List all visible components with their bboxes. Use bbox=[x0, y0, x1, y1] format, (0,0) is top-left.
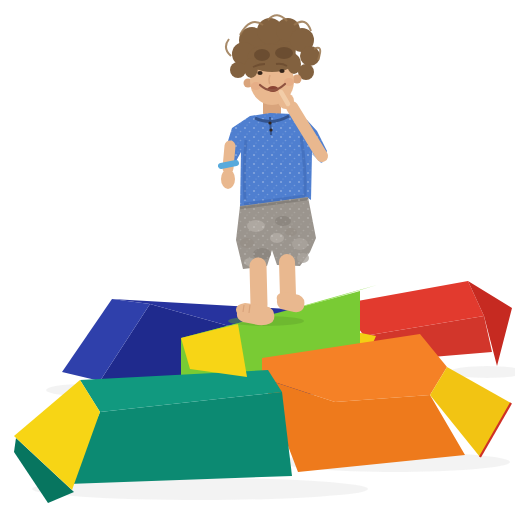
button-placket bbox=[270, 117, 271, 135]
soft-play-block-scene bbox=[0, 0, 515, 515]
shirt-button bbox=[269, 128, 272, 131]
left-eye bbox=[257, 71, 262, 75]
orange-trapezoid-block bbox=[262, 334, 511, 472]
hair-wisp bbox=[226, 39, 231, 56]
shirt-speckle bbox=[224, 113, 327, 207]
shirt-button bbox=[268, 121, 271, 124]
right-eye bbox=[279, 69, 284, 73]
right-leg bbox=[287, 262, 288, 296]
child-figure bbox=[221, 15, 327, 326]
product-photo-canvas bbox=[0, 0, 515, 515]
hanging-hand bbox=[221, 169, 235, 189]
shorts-speckle bbox=[236, 197, 316, 269]
hair-side-left bbox=[244, 58, 258, 78]
hair-shade bbox=[254, 49, 270, 61]
left-leg bbox=[258, 266, 259, 305]
shirt-fold bbox=[244, 140, 246, 200]
wristband bbox=[221, 163, 236, 166]
hair-curl bbox=[300, 46, 320, 66]
hair-shade bbox=[275, 47, 293, 59]
hair-curl bbox=[230, 62, 246, 78]
